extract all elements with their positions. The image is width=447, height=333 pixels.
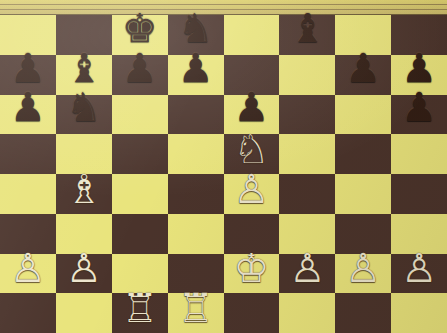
square-d1[interactable]: ♖ (168, 293, 224, 333)
white-pawn[interactable]: ♙ (224, 169, 280, 209)
square-h5[interactable] (391, 134, 447, 174)
black-pawn[interactable]: ♟ (391, 48, 447, 88)
black-pawn[interactable]: ♟ (224, 88, 280, 128)
white-king[interactable]: ♔ (224, 249, 280, 289)
square-e8[interactable] (224, 15, 280, 55)
black-bishop[interactable]: ♝ (56, 48, 112, 88)
square-d7[interactable]: ♟ (168, 55, 224, 95)
square-f2[interactable]: ♙ (279, 254, 335, 294)
square-g1[interactable] (335, 293, 391, 333)
black-pawn[interactable]: ♟ (112, 48, 168, 88)
black-pawn[interactable]: ♟ (0, 88, 56, 128)
square-f6[interactable] (279, 95, 335, 135)
board-grid: ♚♞♝♟♝♟♟♟♟♟♞♟♟♘♗♙♙♙♔♙♙♙♖♖ (0, 15, 447, 333)
black-bishop[interactable]: ♝ (279, 8, 335, 48)
square-c3[interactable] (112, 214, 168, 254)
white-pawn[interactable]: ♙ (279, 249, 335, 289)
square-g4[interactable] (335, 174, 391, 214)
square-f7[interactable] (279, 55, 335, 95)
square-e1[interactable] (224, 293, 280, 333)
square-h4[interactable] (391, 174, 447, 214)
square-c1[interactable]: ♖ (112, 293, 168, 333)
square-h2[interactable]: ♙ (391, 254, 447, 294)
square-d4[interactable] (168, 174, 224, 214)
black-king[interactable]: ♚ (112, 8, 168, 48)
square-h1[interactable] (391, 293, 447, 333)
square-a5[interactable] (0, 134, 56, 174)
white-pawn[interactable]: ♙ (335, 249, 391, 289)
white-rook[interactable]: ♖ (112, 288, 168, 328)
square-a2[interactable]: ♙ (0, 254, 56, 294)
square-f1[interactable] (279, 293, 335, 333)
board-hinge-rail (0, 0, 447, 15)
square-g2[interactable]: ♙ (335, 254, 391, 294)
square-e2[interactable]: ♔ (224, 254, 280, 294)
square-b1[interactable] (56, 293, 112, 333)
square-f4[interactable] (279, 174, 335, 214)
rail-seam (0, 4, 447, 5)
square-g6[interactable] (335, 95, 391, 135)
square-d5[interactable] (168, 134, 224, 174)
square-b6[interactable]: ♞ (56, 95, 112, 135)
white-rook[interactable]: ♖ (168, 288, 224, 328)
square-c6[interactable] (112, 95, 168, 135)
square-a1[interactable] (0, 293, 56, 333)
square-b2[interactable]: ♙ (56, 254, 112, 294)
black-pawn[interactable]: ♟ (391, 88, 447, 128)
square-a4[interactable] (0, 174, 56, 214)
black-knight[interactable]: ♞ (168, 8, 224, 48)
black-pawn[interactable]: ♟ (0, 48, 56, 88)
square-d6[interactable] (168, 95, 224, 135)
black-pawn[interactable]: ♟ (168, 48, 224, 88)
rail-seam (0, 9, 447, 10)
square-f8[interactable]: ♝ (279, 15, 335, 55)
white-knight[interactable]: ♘ (224, 129, 280, 169)
square-c4[interactable] (112, 174, 168, 214)
white-pawn[interactable]: ♙ (391, 249, 447, 289)
square-h6[interactable]: ♟ (391, 95, 447, 135)
square-g5[interactable] (335, 134, 391, 174)
square-a6[interactable]: ♟ (0, 95, 56, 135)
white-pawn[interactable]: ♙ (56, 249, 112, 289)
square-b4[interactable]: ♗ (56, 174, 112, 214)
square-c7[interactable]: ♟ (112, 55, 168, 95)
square-c5[interactable] (112, 134, 168, 174)
square-d3[interactable] (168, 214, 224, 254)
black-pawn[interactable]: ♟ (335, 48, 391, 88)
square-f5[interactable] (279, 134, 335, 174)
white-pawn[interactable]: ♙ (0, 249, 56, 289)
chess-board-photo: ♚♞♝♟♝♟♟♟♟♟♞♟♟♘♗♙♙♙♔♙♙♙♖♖ (0, 0, 447, 333)
square-e4[interactable]: ♙ (224, 174, 280, 214)
black-knight[interactable]: ♞ (56, 88, 112, 128)
square-g7[interactable]: ♟ (335, 55, 391, 95)
white-bishop[interactable]: ♗ (56, 169, 112, 209)
